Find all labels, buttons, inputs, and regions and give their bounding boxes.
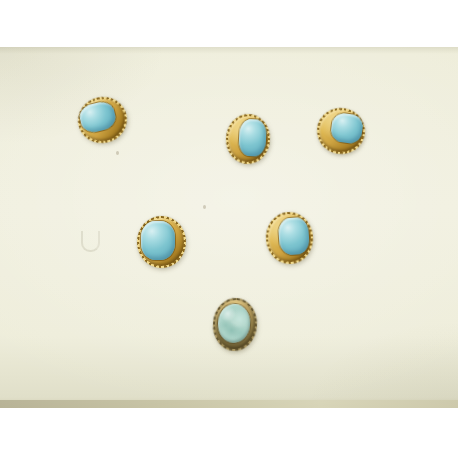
photo-edge-shadow — [0, 400, 458, 408]
dust-speck — [116, 151, 119, 155]
button-bottom-worn — [211, 297, 259, 353]
button-top-middle — [225, 113, 272, 165]
vignette — [0, 47, 458, 408]
button-top-right — [314, 105, 368, 157]
button-middle-right — [264, 210, 315, 265]
photo-background — [0, 47, 458, 408]
turquoise-stone — [141, 221, 175, 259]
faint-u-mark — [81, 231, 100, 252]
dust-speck — [203, 205, 206, 209]
turquoise-stone — [278, 217, 311, 255]
photo-canvas — [0, 0, 458, 458]
button-top-left — [73, 92, 132, 148]
button-middle-left — [137, 216, 186, 268]
